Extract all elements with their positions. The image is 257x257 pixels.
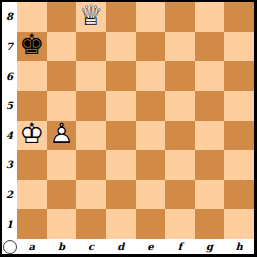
square-a3[interactable] [17,150,47,180]
square-d7[interactable] [106,32,136,62]
square-b8[interactable] [47,2,77,32]
square-e1[interactable] [136,209,166,239]
square-h6[interactable] [224,61,254,91]
square-h4[interactable] [224,121,254,151]
rank-label-3: 3 [2,150,17,180]
square-d2[interactable] [106,180,136,210]
square-d5[interactable] [106,91,136,121]
square-h7[interactable] [224,32,254,62]
square-d6[interactable] [106,61,136,91]
file-label-f: f [165,239,195,254]
square-c8[interactable]: ♛♕ [76,2,106,32]
square-f6[interactable] [165,61,195,91]
square-f7[interactable] [165,32,195,62]
file-label-b: b [47,239,77,254]
square-e4[interactable] [136,121,166,151]
square-b6[interactable] [47,61,77,91]
file-label-e: e [136,239,166,254]
square-a4[interactable]: ♚♔ [17,121,47,151]
square-f5[interactable] [165,91,195,121]
square-d8[interactable] [106,2,136,32]
file-label-g: g [195,239,225,254]
square-b1[interactable] [47,209,77,239]
piece-white-queen[interactable]: ♛♕ [76,2,106,32]
square-b2[interactable] [47,180,77,210]
board: ♛♕♚♚♔♟♙ [17,2,254,239]
square-g6[interactable] [195,61,225,91]
square-e7[interactable] [136,32,166,62]
square-b3[interactable] [47,150,77,180]
square-c5[interactable] [76,91,106,121]
square-f3[interactable] [165,150,195,180]
square-d4[interactable] [106,121,136,151]
piece-white-pawn[interactable]: ♟♙ [47,121,77,151]
square-a1[interactable] [17,209,47,239]
square-c7[interactable] [76,32,106,62]
rank-label-8: 8 [2,2,17,32]
file-label-d: d [106,239,136,254]
white-queen-glyph: ♕ [79,2,104,30]
square-a2[interactable] [17,180,47,210]
rank-label-7: 7 [2,32,17,62]
rank-label-2: 2 [2,180,17,210]
rank-label-1: 1 [2,209,17,239]
square-a7[interactable]: ♚ [17,32,47,62]
square-g7[interactable] [195,32,225,62]
square-e3[interactable] [136,150,166,180]
square-h2[interactable] [224,180,254,210]
square-f8[interactable] [165,2,195,32]
square-c1[interactable] [76,209,106,239]
square-d3[interactable] [106,150,136,180]
white-to-move-indicator-icon [3,240,17,254]
piece-black-king[interactable]: ♚ [17,32,47,62]
square-d1[interactable] [106,209,136,239]
white-pawn-glyph: ♙ [49,121,74,149]
black-king-glyph: ♚ [19,32,44,60]
file-label-c: c [76,239,106,254]
rank-label-6: 6 [2,61,17,91]
white-king-glyph: ♔ [19,121,44,149]
square-g5[interactable] [195,91,225,121]
square-b4[interactable]: ♟♙ [47,121,77,151]
square-g1[interactable] [195,209,225,239]
rank-label-5: 5 [2,91,17,121]
chess-diagram: 87654321 ♛♕♚♚♔♟♙ abcdefgh [0,0,257,257]
rank-labels: 87654321 [2,2,17,239]
square-h3[interactable] [224,150,254,180]
piece-white-king[interactable]: ♚♔ [17,121,47,151]
square-c6[interactable] [76,61,106,91]
square-a6[interactable] [17,61,47,91]
square-g3[interactable] [195,150,225,180]
square-g4[interactable] [195,121,225,151]
square-h5[interactable] [224,91,254,121]
square-e5[interactable] [136,91,166,121]
square-f2[interactable] [165,180,195,210]
rank-label-4: 4 [2,121,17,151]
square-c2[interactable] [76,180,106,210]
square-e8[interactable] [136,2,166,32]
square-g2[interactable] [195,180,225,210]
square-c3[interactable] [76,150,106,180]
square-a5[interactable] [17,91,47,121]
square-a8[interactable] [17,2,47,32]
square-h1[interactable] [224,209,254,239]
diagram-inner: 87654321 ♛♕♚♚♔♟♙ abcdefgh [2,2,254,254]
square-h8[interactable] [224,2,254,32]
square-b7[interactable] [47,32,77,62]
square-b5[interactable] [47,91,77,121]
square-f1[interactable] [165,209,195,239]
square-e6[interactable] [136,61,166,91]
file-label-h: h [224,239,254,254]
file-labels: abcdefgh [17,239,254,254]
square-c4[interactable] [76,121,106,151]
square-f4[interactable] [165,121,195,151]
square-g8[interactable] [195,2,225,32]
file-label-a: a [17,239,47,254]
square-e2[interactable] [136,180,166,210]
